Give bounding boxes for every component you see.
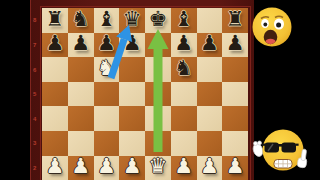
cool-thumbs-up-emoji (248, 124, 312, 178)
square-g5 (197, 82, 223, 107)
white-queen: ♛ (148, 156, 167, 177)
square-a2: ♟ (42, 156, 68, 180)
square-c5 (94, 82, 120, 107)
square-d7: ♟ (119, 33, 145, 58)
square-g7: ♟ (197, 33, 223, 58)
black-rook: ♜ (45, 9, 64, 30)
white-pawn: ♟ (71, 156, 90, 177)
square-e5 (145, 82, 171, 107)
white-pawn: ♟ (97, 156, 116, 177)
square-h2: ♟ (222, 156, 248, 180)
square-b7: ♟ (68, 33, 94, 58)
rank-label-8: 8 (33, 17, 36, 23)
white-pawn: ♟ (123, 156, 142, 177)
square-d4 (119, 106, 145, 131)
square-h6 (222, 57, 248, 82)
rank-label-2: 2 (33, 165, 36, 171)
square-e3 (145, 131, 171, 156)
square-f6: ♞ (171, 57, 197, 82)
grin-teeth (274, 160, 292, 169)
black-knight: ♞ (71, 9, 90, 30)
square-f8: ♝ (171, 8, 197, 33)
square-h8: ♜ (222, 8, 248, 33)
square-e8: ♚ (145, 8, 171, 33)
square-f2: ♟ (171, 156, 197, 180)
square-a6 (42, 57, 68, 82)
square-h3 (222, 131, 248, 156)
square-d5 (119, 82, 145, 107)
black-pawn: ♟ (97, 33, 116, 54)
square-a7: ♟ (42, 33, 68, 58)
black-pawn: ♟ (45, 33, 64, 54)
rank-label-6: 6 (33, 67, 36, 73)
square-h5 (222, 82, 248, 107)
white-pawn: ♟ (200, 156, 219, 177)
square-c3 (94, 131, 120, 156)
square-g2: ♟ (197, 156, 223, 180)
square-h4 (222, 106, 248, 131)
square-d8: ♛ (119, 8, 145, 33)
white-pawn: ♟ (174, 156, 193, 177)
square-g3 (197, 131, 223, 156)
black-king: ♚ (148, 9, 167, 30)
black-bishop: ♝ (174, 9, 193, 30)
rank-label-4: 4 (33, 116, 36, 122)
black-pawn: ♟ (174, 33, 193, 54)
square-e7 (145, 33, 171, 58)
square-e2: ♛ (145, 156, 171, 180)
rank-label-5: 5 (33, 91, 36, 97)
square-f4 (171, 106, 197, 131)
square-a3 (42, 131, 68, 156)
black-pawn: ♟ (71, 33, 90, 54)
left-glove-hand (252, 141, 265, 158)
black-bishop: ♝ (97, 9, 116, 30)
white-pawn: ♟ (226, 156, 245, 177)
black-knight: ♞ (174, 58, 193, 79)
right-pupil (276, 23, 281, 28)
square-a8: ♜ (42, 8, 68, 33)
shocked-face-emoji (252, 7, 292, 47)
rank-label-3: 3 (33, 140, 36, 146)
square-h7: ♟ (222, 33, 248, 58)
black-pawn: ♟ (123, 33, 142, 54)
square-g4 (197, 106, 223, 131)
white-pawn: ♟ (45, 156, 64, 177)
black-pawn: ♟ (226, 33, 245, 54)
chess-board: ♜♞♝♛♚♝♜♟♟♟♟♟♟♟♞♞♟♟♟♟♛♟♟♟♜♞♝♚♝♜ (42, 8, 248, 180)
square-f5 (171, 82, 197, 107)
black-pawn: ♟ (200, 33, 219, 54)
square-c6: ♞ (94, 57, 120, 82)
square-b6 (68, 57, 94, 82)
square-b2: ♟ (68, 156, 94, 180)
black-rook: ♜ (226, 9, 245, 30)
thumbnail-stage: ♜♞♝♛♚♝♜♟♟♟♟♟♟♟♞♞♟♟♟♟♛♟♟♟♜♞♝♚♝♜ (0, 0, 320, 180)
square-b4 (68, 106, 94, 131)
black-queen: ♛ (123, 9, 142, 30)
square-g8 (197, 8, 223, 33)
square-f3 (171, 131, 197, 156)
square-a5 (42, 82, 68, 107)
square-b3 (68, 131, 94, 156)
rank-label-7: 7 (33, 42, 36, 48)
left-pupil (263, 23, 267, 27)
square-c2: ♟ (94, 156, 120, 180)
square-a4 (42, 106, 68, 131)
square-f7: ♟ (171, 33, 197, 58)
square-g6 (197, 57, 223, 82)
square-c7: ♟ (94, 33, 120, 58)
square-c4 (94, 106, 120, 131)
square-d6 (119, 57, 145, 82)
square-d3 (119, 131, 145, 156)
square-e4 (145, 106, 171, 131)
square-d2: ♟ (119, 156, 145, 180)
white-knight: ♞ (97, 58, 116, 79)
square-e6 (145, 57, 171, 82)
square-b5 (68, 82, 94, 107)
square-c8: ♝ (94, 8, 120, 33)
square-b8: ♞ (68, 8, 94, 33)
